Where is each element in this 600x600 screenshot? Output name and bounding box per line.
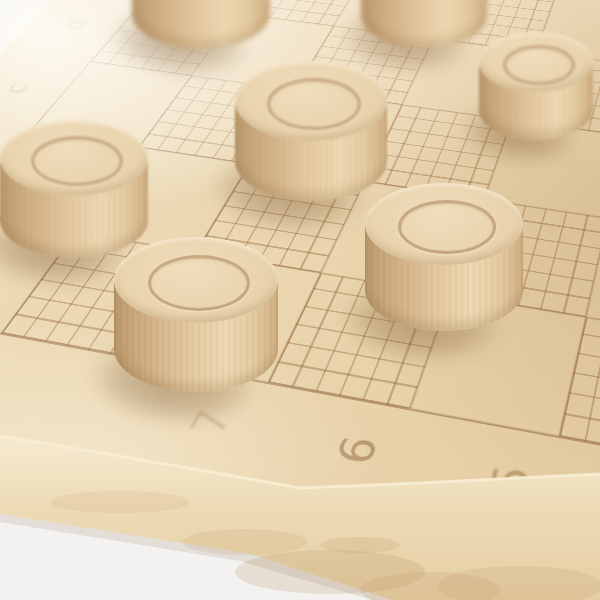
piece-top-face — [365, 183, 523, 265]
piece-top-face — [114, 237, 278, 323]
piece-top-face — [479, 32, 593, 92]
engraved-ring — [148, 255, 249, 311]
checker-piece-4c — [365, 183, 523, 331]
rank-label-c: c — [0, 72, 49, 106]
checker-piece-5d — [235, 61, 387, 201]
piece-top-face — [235, 61, 387, 141]
checker-piece-3d — [479, 32, 593, 140]
piece-top-face — [0, 120, 148, 196]
file-label-5: 5 — [470, 445, 550, 516]
engraved-ring — [267, 78, 361, 130]
engraved-ring — [398, 200, 496, 254]
checker-piece-6e — [132, 0, 270, 49]
engraved-ring — [31, 136, 123, 186]
file-label-6: 6 — [315, 417, 398, 485]
checker-piece-7b — [114, 237, 278, 392]
photo-stage: 765dc — [0, 0, 600, 600]
engraved-ring — [503, 45, 575, 86]
checker-piece-4e — [361, 0, 487, 48]
piece-side — [132, 0, 270, 49]
piece-side — [361, 0, 487, 48]
